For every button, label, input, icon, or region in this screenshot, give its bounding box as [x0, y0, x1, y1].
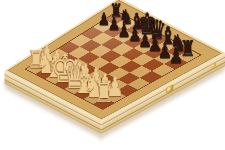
brass-hinge-icon: [211, 62, 216, 69]
brass-latch-icon: [166, 85, 173, 94]
chess-set-photo: ♜♞♝♛♚♝♞♜♟♟♟♟♟♟♟♟♟♟♟♟♟♟♟♟♜♞♝♛♚♝♞♜: [0, 0, 225, 150]
